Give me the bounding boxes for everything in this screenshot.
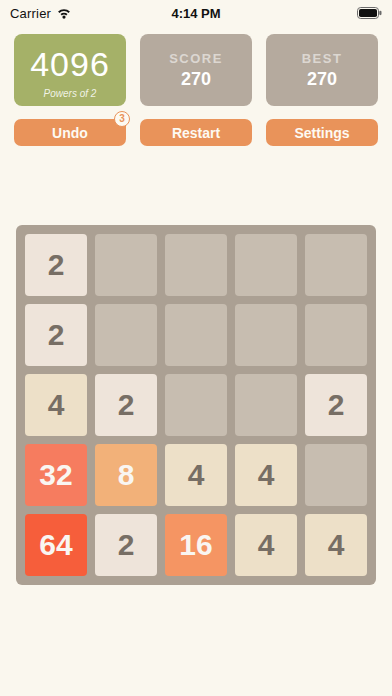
toolbar: Undo 3 Restart Settings [14,119,378,146]
empty-cell-r1c4 [305,304,367,366]
tile-4-r4c3: 4 [235,514,297,576]
tile-4-r2c0: 4 [25,374,87,436]
empty-cell-r2c2 [165,374,227,436]
tile-4-r3c2: 4 [165,444,227,506]
tile-32-r3c0: 32 [25,444,87,506]
empty-cell-r3c4 [305,444,367,506]
empty-cell-r2c3 [235,374,297,436]
tile-2-r1c0: 2 [25,304,87,366]
undo-button-label: Undo [52,125,88,141]
tile-8-r3c1: 8 [95,444,157,506]
tile-4-r4c4: 4 [305,514,367,576]
undo-button[interactable]: Undo 3 [14,119,126,146]
undo-count-badge: 3 [114,111,130,127]
tile-4-r3c3: 4 [235,444,297,506]
empty-cell-r0c3 [235,234,297,296]
score-label: SCORE [169,51,223,66]
board[interactable]: 22422328446421644 [16,225,376,585]
empty-cell-r0c4 [305,234,367,296]
tile-2-r0c0: 2 [25,234,87,296]
tile-2-r4c1: 2 [95,514,157,576]
score-panel: SCORE 270 [140,34,252,106]
best-value: 270 [307,69,337,90]
empty-cell-r0c2 [165,234,227,296]
empty-cell-r0c1 [95,234,157,296]
tile-2-r2c4: 2 [305,374,367,436]
tile-2-r2c1: 2 [95,374,157,436]
score-value: 270 [181,69,211,90]
restart-button[interactable]: Restart [140,119,252,146]
empty-cell-r1c1 [95,304,157,366]
app-subtitle: Powers of 2 [14,88,126,99]
empty-cell-r1c2 [165,304,227,366]
tile-64-r4c0: 64 [25,514,87,576]
best-label: BEST [302,51,343,66]
tile-16-r4c2: 16 [165,514,227,576]
battery-icon [357,7,382,19]
settings-button[interactable]: Settings [266,119,378,146]
highest-tile-value: 4096 [30,47,110,81]
empty-cell-r1c3 [235,304,297,366]
highest-tile-panel: 4096 Powers of 2 [14,34,126,106]
header-row: 4096 Powers of 2 SCORE 270 BEST 270 [14,34,378,106]
restart-button-label: Restart [172,125,220,141]
status-bar: Carrier 4:14 PM [0,0,392,26]
best-panel: BEST 270 [266,34,378,106]
settings-button-label: Settings [294,125,349,141]
carrier-label: Carrier [10,6,51,21]
wifi-icon [56,7,72,19]
